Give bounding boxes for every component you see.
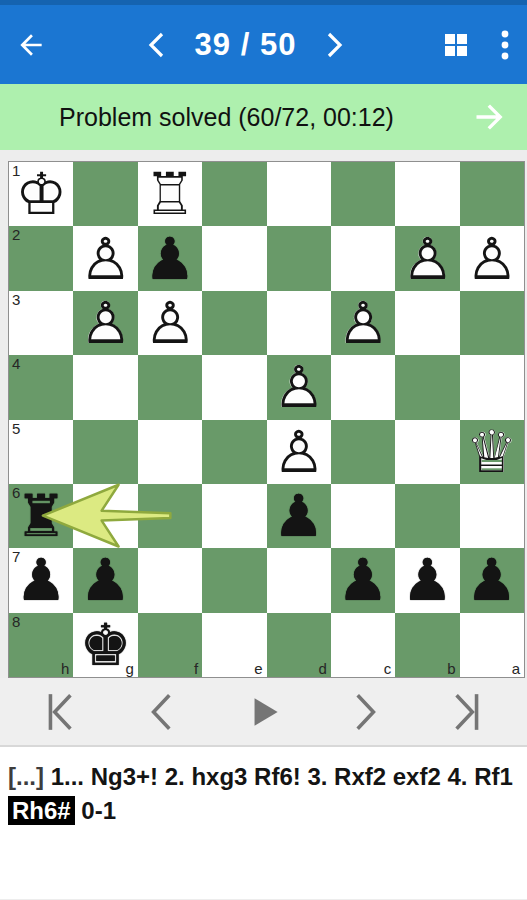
square-a3[interactable] bbox=[460, 291, 524, 355]
square-c6[interactable] bbox=[331, 484, 395, 548]
square-d8[interactable]: d bbox=[267, 613, 331, 677]
square-d4[interactable]: ♟♙ bbox=[267, 355, 331, 419]
file-label-a: a bbox=[512, 660, 520, 677]
square-e5[interactable] bbox=[202, 420, 266, 484]
square-d1[interactable] bbox=[267, 162, 331, 226]
square-b5[interactable] bbox=[395, 420, 459, 484]
file-label-b: b bbox=[447, 660, 455, 677]
rank-label-3: 3 bbox=[12, 291, 20, 308]
rank-label-8: 8 bbox=[12, 613, 20, 630]
chevron-left-icon bbox=[142, 691, 184, 733]
rank-label-1: 1 bbox=[12, 162, 20, 179]
next-puzzle-icon[interactable] bbox=[322, 31, 346, 59]
square-c5[interactable] bbox=[331, 420, 395, 484]
square-g6[interactable] bbox=[73, 484, 137, 548]
puzzle-counter: 39 / 50 bbox=[195, 27, 297, 63]
square-e8[interactable]: e bbox=[202, 613, 266, 677]
square-d6[interactable]: ♟ bbox=[267, 484, 331, 548]
piece-wP-c3[interactable]: ♟♙ bbox=[331, 291, 395, 355]
square-h6[interactable]: 6♜ bbox=[9, 484, 73, 548]
square-d3[interactable] bbox=[267, 291, 331, 355]
board-area: 1♚♔♜♖2♟♙♟♟♙♟♙3♟♙♟♙♟♙4♟♙5♟♙♛♕6♜♟7♟♟♟♟♟8hg… bbox=[0, 150, 527, 678]
piece-bP-c7[interactable]: ♟ bbox=[331, 548, 395, 612]
square-a8[interactable]: a bbox=[460, 613, 524, 677]
square-h8[interactable]: 8h bbox=[9, 613, 73, 677]
highlighted-move[interactable]: Rh6# bbox=[8, 796, 75, 825]
piece-wP-b2[interactable]: ♟♙ bbox=[395, 226, 459, 290]
file-label-f: f bbox=[194, 660, 198, 677]
rank-label-2: 2 bbox=[12, 226, 20, 243]
square-a4[interactable] bbox=[460, 355, 524, 419]
skip-to-start-icon bbox=[41, 691, 83, 733]
back-arrow-icon bbox=[15, 29, 47, 61]
app-bar: 39 / 50 bbox=[0, 5, 527, 84]
square-e4[interactable] bbox=[202, 355, 266, 419]
square-f1[interactable]: ♜♖ bbox=[138, 162, 202, 226]
collapsed-moves-label[interactable]: [...] bbox=[8, 763, 44, 790]
move-nav-bar bbox=[0, 678, 527, 747]
rank-label-6: 6 bbox=[12, 484, 20, 501]
piece-wP-g3[interactable]: ♟♙ bbox=[73, 291, 137, 355]
previous-move-button[interactable] bbox=[137, 686, 189, 738]
piece-bP-b7[interactable]: ♟ bbox=[395, 548, 459, 612]
square-c2[interactable] bbox=[331, 226, 395, 290]
result-text: 0-1 bbox=[75, 797, 116, 824]
piece-bP-f2[interactable]: ♟ bbox=[138, 226, 202, 290]
square-b2[interactable]: ♟♙ bbox=[395, 226, 459, 290]
square-g7[interactable]: ♟ bbox=[73, 548, 137, 612]
file-label-e: e bbox=[254, 660, 262, 677]
file-label-d: d bbox=[319, 660, 327, 677]
solution-text: [...] 1... Ng3+! 2. hxg3 Rf6! 3. Rxf2 ex… bbox=[0, 747, 527, 899]
file-label-h: h bbox=[61, 660, 69, 677]
square-f5[interactable] bbox=[138, 420, 202, 484]
square-e2[interactable] bbox=[202, 226, 266, 290]
problem-solved-banner: Problem solved (60/72, 00:12) bbox=[0, 84, 527, 150]
previous-puzzle-icon[interactable] bbox=[145, 31, 169, 59]
square-a7[interactable]: ♟ bbox=[460, 548, 524, 612]
file-label-c: c bbox=[384, 660, 392, 677]
square-c7[interactable]: ♟ bbox=[331, 548, 395, 612]
piece-wP-f3[interactable]: ♟♙ bbox=[138, 291, 202, 355]
chevron-right-icon bbox=[343, 691, 385, 733]
square-h2[interactable]: 2 bbox=[9, 226, 73, 290]
square-f7[interactable] bbox=[138, 548, 202, 612]
rank-label-4: 4 bbox=[12, 355, 20, 372]
three-dot-menu-icon bbox=[501, 29, 509, 61]
square-b1[interactable] bbox=[395, 162, 459, 226]
square-a2[interactable]: ♟♙ bbox=[460, 226, 524, 290]
square-f6[interactable] bbox=[138, 484, 202, 548]
square-b7[interactable]: ♟ bbox=[395, 548, 459, 612]
piece-wP-d5[interactable]: ♟♙ bbox=[267, 420, 331, 484]
square-g4[interactable] bbox=[73, 355, 137, 419]
square-e3[interactable] bbox=[202, 291, 266, 355]
moves-text: 1... Ng3+! 2. hxg3 Rf6! 3. Rxf2 exf2 4. … bbox=[44, 763, 513, 790]
piece-bP-d6[interactable]: ♟ bbox=[267, 484, 331, 548]
skip-to-last-button[interactable] bbox=[439, 686, 491, 738]
rank-label-5: 5 bbox=[12, 420, 20, 437]
square-f2[interactable]: ♟ bbox=[138, 226, 202, 290]
square-c8[interactable]: c bbox=[331, 613, 395, 677]
piece-wQ-a5[interactable]: ♛♕ bbox=[460, 420, 524, 484]
square-b6[interactable] bbox=[395, 484, 459, 548]
square-f8[interactable]: f bbox=[138, 613, 202, 677]
piece-wP-d4[interactable]: ♟♙ bbox=[267, 355, 331, 419]
skip-to-end-icon bbox=[444, 691, 486, 733]
square-g8[interactable]: g♚ bbox=[73, 613, 137, 677]
square-h3[interactable]: 3 bbox=[9, 291, 73, 355]
rank-label-7: 7 bbox=[12, 548, 20, 565]
square-g5[interactable] bbox=[73, 420, 137, 484]
square-g3[interactable]: ♟♙ bbox=[73, 291, 137, 355]
square-d2[interactable] bbox=[267, 226, 331, 290]
overflow-menu-button[interactable] bbox=[483, 29, 527, 61]
next-move-button[interactable] bbox=[338, 686, 390, 738]
puzzle-pager: 39 / 50 bbox=[62, 27, 429, 63]
square-e6[interactable] bbox=[202, 484, 266, 548]
square-d5[interactable]: ♟♙ bbox=[267, 420, 331, 484]
arrow-right-icon bbox=[467, 99, 513, 135]
square-h1[interactable]: 1♚♔ bbox=[9, 162, 73, 226]
square-a6[interactable] bbox=[460, 484, 524, 548]
back-button[interactable] bbox=[0, 29, 62, 61]
play-button[interactable] bbox=[238, 686, 290, 738]
square-h4[interactable]: 4 bbox=[9, 355, 73, 419]
square-c4[interactable] bbox=[331, 355, 395, 419]
piece-bP-g7[interactable]: ♟ bbox=[73, 548, 137, 612]
grid-icon bbox=[442, 31, 470, 59]
square-g1[interactable] bbox=[73, 162, 137, 226]
square-b3[interactable] bbox=[395, 291, 459, 355]
square-c3[interactable]: ♟♙ bbox=[331, 291, 395, 355]
piece-bP-a7[interactable]: ♟ bbox=[460, 548, 524, 612]
chess-board[interactable]: 1♚♔♜♖2♟♙♟♟♙♟♙3♟♙♟♙♟♙4♟♙5♟♙♛♕6♜♟7♟♟♟♟♟8hg… bbox=[8, 161, 525, 678]
play-icon bbox=[243, 691, 285, 733]
piece-wP-a2[interactable]: ♟♙ bbox=[460, 226, 524, 290]
square-d7[interactable] bbox=[267, 548, 331, 612]
square-g2[interactable]: ♟♙ bbox=[73, 226, 137, 290]
square-e7[interactable] bbox=[202, 548, 266, 612]
skip-to-first-button[interactable] bbox=[36, 686, 88, 738]
square-c1[interactable] bbox=[331, 162, 395, 226]
piece-wP-g2[interactable]: ♟♙ bbox=[73, 226, 137, 290]
next-problem-button[interactable] bbox=[453, 99, 527, 135]
square-f4[interactable] bbox=[138, 355, 202, 419]
square-b8[interactable]: b bbox=[395, 613, 459, 677]
square-h7[interactable]: 7♟ bbox=[9, 548, 73, 612]
square-a5[interactable]: ♛♕ bbox=[460, 420, 524, 484]
piece-wR-f1[interactable]: ♜♖ bbox=[138, 162, 202, 226]
square-a1[interactable] bbox=[460, 162, 524, 226]
square-e1[interactable] bbox=[202, 162, 266, 226]
problem-solved-text: Problem solved (60/72, 00:12) bbox=[0, 103, 453, 132]
square-b4[interactable] bbox=[395, 355, 459, 419]
file-label-g: g bbox=[125, 660, 133, 677]
square-h5[interactable]: 5 bbox=[9, 420, 73, 484]
puzzle-list-button[interactable] bbox=[429, 31, 483, 59]
square-f3[interactable]: ♟♙ bbox=[138, 291, 202, 355]
